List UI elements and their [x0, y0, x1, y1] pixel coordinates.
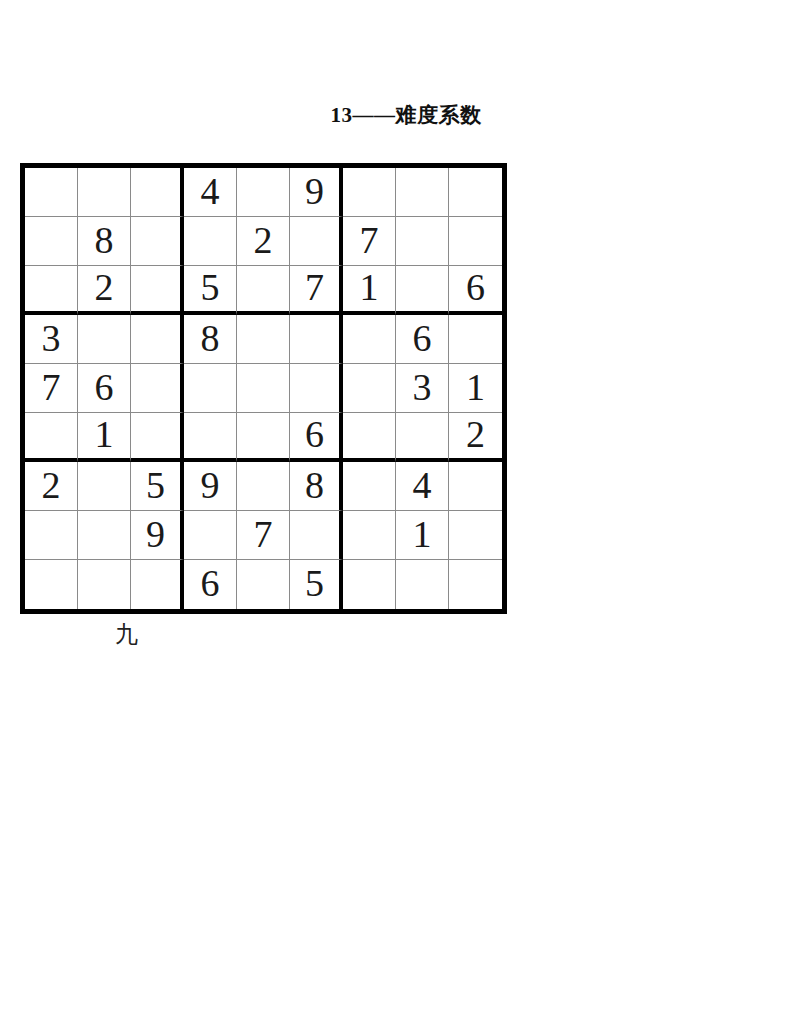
cell-r5c1-given-7[interactable]: 7 — [25, 364, 78, 413]
cell-r9c7-empty[interactable] — [343, 560, 396, 609]
cell-r2c6-empty[interactable] — [290, 217, 343, 266]
cell-r4c8-given-6[interactable]: 6 — [396, 315, 449, 364]
cell-r2c8-empty[interactable] — [396, 217, 449, 266]
cell-r1c5-empty[interactable] — [237, 168, 290, 217]
cell-r5c8-given-3[interactable]: 3 — [396, 364, 449, 413]
cell-r5c4-empty[interactable] — [184, 364, 237, 413]
cell-r6c1-empty[interactable] — [25, 413, 78, 462]
cell-r1c2-empty[interactable] — [78, 168, 131, 217]
cell-r9c5-empty[interactable] — [237, 560, 290, 609]
cell-r9c2-empty[interactable] — [78, 560, 131, 609]
cell-r5c7-empty[interactable] — [343, 364, 396, 413]
cell-r3c4-given-5[interactable]: 5 — [184, 266, 237, 315]
cell-r3c5-empty[interactable] — [237, 266, 290, 315]
cell-r6c3-empty[interactable] — [131, 413, 184, 462]
cell-r4c5-empty[interactable] — [237, 315, 290, 364]
cell-r6c2-given-1[interactable]: 1 — [78, 413, 131, 462]
page-number-label: 九 — [115, 619, 138, 650]
cell-r9c4-given-6[interactable]: 6 — [184, 560, 237, 609]
cell-r6c7-empty[interactable] — [343, 413, 396, 462]
cell-r5c6-empty[interactable] — [290, 364, 343, 413]
cell-r8c1-empty[interactable] — [25, 511, 78, 560]
cell-r5c5-empty[interactable] — [237, 364, 290, 413]
cell-r7c2-empty[interactable] — [78, 462, 131, 511]
cell-r5c2-given-6[interactable]: 6 — [78, 364, 131, 413]
cell-r7c1-given-2[interactable]: 2 — [25, 462, 78, 511]
cell-r4c1-given-3[interactable]: 3 — [25, 315, 78, 364]
cell-r9c1-empty[interactable] — [25, 560, 78, 609]
cell-r1c8-empty[interactable] — [396, 168, 449, 217]
cell-r4c9-empty[interactable] — [449, 315, 502, 364]
cell-r7c5-empty[interactable] — [237, 462, 290, 511]
cell-r2c4-empty[interactable] — [184, 217, 237, 266]
cell-r3c9-given-6[interactable]: 6 — [449, 266, 502, 315]
cell-r3c1-empty[interactable] — [25, 266, 78, 315]
cell-r7c8-given-4[interactable]: 4 — [396, 462, 449, 511]
cell-r8c7-empty[interactable] — [343, 511, 396, 560]
cell-r3c3-empty[interactable] — [131, 266, 184, 315]
cell-r6c9-given-2[interactable]: 2 — [449, 413, 502, 462]
cell-r6c6-given-6[interactable]: 6 — [290, 413, 343, 462]
cell-r9c9-empty[interactable] — [449, 560, 502, 609]
cell-r4c6-empty[interactable] — [290, 315, 343, 364]
cell-r2c7-given-7[interactable]: 7 — [343, 217, 396, 266]
cell-r7c4-given-9[interactable]: 9 — [184, 462, 237, 511]
cell-r3c8-empty[interactable] — [396, 266, 449, 315]
cell-r5c3-empty[interactable] — [131, 364, 184, 413]
cell-r1c9-empty[interactable] — [449, 168, 502, 217]
cell-r7c6-given-8[interactable]: 8 — [290, 462, 343, 511]
cell-r3c2-given-2[interactable]: 2 — [78, 266, 131, 315]
cell-r4c4-given-8[interactable]: 8 — [184, 315, 237, 364]
page-title: 13——难度系数 — [6, 101, 800, 129]
cell-r8c3-given-9[interactable]: 9 — [131, 511, 184, 560]
cell-r1c1-empty[interactable] — [25, 168, 78, 217]
cell-r5c9-given-1[interactable]: 1 — [449, 364, 502, 413]
cell-r6c4-empty[interactable] — [184, 413, 237, 462]
cell-r2c2-given-8[interactable]: 8 — [78, 217, 131, 266]
cell-r8c9-empty[interactable] — [449, 511, 502, 560]
cell-r6c8-empty[interactable] — [396, 413, 449, 462]
cell-r9c6-given-5[interactable]: 5 — [290, 560, 343, 609]
cell-r7c7-empty[interactable] — [343, 462, 396, 511]
cell-r8c8-given-1[interactable]: 1 — [396, 511, 449, 560]
cell-r3c7-given-1[interactable]: 1 — [343, 266, 396, 315]
cell-r8c4-empty[interactable] — [184, 511, 237, 560]
cell-r8c5-given-7[interactable]: 7 — [237, 511, 290, 560]
cell-r9c8-empty[interactable] — [396, 560, 449, 609]
cell-r7c3-given-5[interactable]: 5 — [131, 462, 184, 511]
cell-r4c2-empty[interactable] — [78, 315, 131, 364]
cell-r3c6-given-7[interactable]: 7 — [290, 266, 343, 315]
cell-r6c5-empty[interactable] — [237, 413, 290, 462]
cell-r7c9-empty[interactable] — [449, 462, 502, 511]
cell-r1c3-empty[interactable] — [131, 168, 184, 217]
cell-r2c5-given-2[interactable]: 2 — [237, 217, 290, 266]
cell-r9c3-empty[interactable] — [131, 560, 184, 609]
cell-r2c1-empty[interactable] — [25, 217, 78, 266]
cell-r1c6-given-9[interactable]: 9 — [290, 168, 343, 217]
sudoku-grid: 498272571638676311622598497165 — [20, 163, 507, 614]
cell-r1c4-given-4[interactable]: 4 — [184, 168, 237, 217]
cell-r8c2-empty[interactable] — [78, 511, 131, 560]
cell-r1c7-empty[interactable] — [343, 168, 396, 217]
cell-r2c9-empty[interactable] — [449, 217, 502, 266]
cell-r4c7-empty[interactable] — [343, 315, 396, 364]
cell-r2c3-empty[interactable] — [131, 217, 184, 266]
cell-r4c3-empty[interactable] — [131, 315, 184, 364]
cell-r8c6-empty[interactable] — [290, 511, 343, 560]
